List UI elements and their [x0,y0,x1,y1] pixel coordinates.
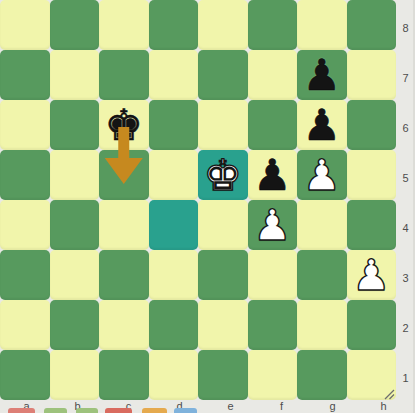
file-label-g: g [323,400,343,413]
square-f2[interactable] [248,300,298,350]
square-f6[interactable] [248,100,298,150]
square-a4[interactable] [0,200,50,250]
square-h2[interactable] [347,300,397,350]
square-b7[interactable] [50,50,100,100]
rank-label-8: 8 [396,22,415,34]
square-c4[interactable] [99,200,149,250]
piece-white-pawn[interactable]: ♟ [297,150,347,200]
square-a6[interactable] [0,100,50,150]
color-chip-2[interactable] [44,408,67,413]
square-d2[interactable] [149,300,199,350]
square-e1[interactable] [198,350,248,400]
square-c5[interactable] [99,150,149,200]
rank-label-2: 2 [396,322,415,334]
square-h3[interactable]: ♟ [347,250,397,300]
square-e8[interactable] [198,0,248,50]
piece-white-pawn[interactable]: ♟ [248,200,298,250]
rank-label-3: 3 [396,272,415,284]
square-c6[interactable]: ♚ [99,100,149,150]
square-d8[interactable] [149,0,199,50]
square-e2[interactable] [198,300,248,350]
square-b1[interactable] [50,350,100,400]
square-a5[interactable] [0,150,50,200]
square-h8[interactable] [347,0,397,50]
square-g5[interactable]: ♟ [297,150,347,200]
piece-black-king[interactable]: ♚ [99,100,149,150]
resize-grip-icon [384,389,395,400]
square-b5[interactable] [50,150,100,200]
rank-label-6: 6 [396,122,415,134]
rank-label-7: 7 [396,72,415,84]
square-c7[interactable] [99,50,149,100]
square-h5[interactable] [347,150,397,200]
square-a1[interactable] [0,350,50,400]
square-f4[interactable]: ♟ [248,200,298,250]
board-resize-handle[interactable] [384,386,395,397]
square-b6[interactable] [50,100,100,150]
square-b3[interactable] [50,250,100,300]
square-g2[interactable] [297,300,347,350]
color-chip-5[interactable] [142,408,167,413]
square-d3[interactable] [149,250,199,300]
square-e4[interactable] [198,200,248,250]
rank-coordinates: 87654321 [396,0,415,400]
square-b2[interactable] [50,300,100,350]
square-f3[interactable] [248,250,298,300]
rank-label-1: 1 [396,372,415,384]
color-chip-3[interactable] [76,408,98,413]
square-h7[interactable] [347,50,397,100]
color-chip-1[interactable] [8,408,35,413]
square-e3[interactable] [198,250,248,300]
square-a3[interactable] [0,250,50,300]
file-label-f: f [272,400,292,413]
square-d4[interactable] [149,200,199,250]
square-a2[interactable] [0,300,50,350]
square-d5[interactable] [149,150,199,200]
file-label-e: e [221,400,241,413]
square-g1[interactable] [297,350,347,400]
square-c1[interactable] [99,350,149,400]
square-f8[interactable] [248,0,298,50]
square-g7[interactable]: ♟ [297,50,347,100]
piece-black-pawn[interactable]: ♟ [297,50,347,100]
square-c3[interactable] [99,250,149,300]
square-g8[interactable] [297,0,347,50]
color-chip-4[interactable] [105,408,132,413]
square-f1[interactable] [248,350,298,400]
color-chip-6[interactable] [174,408,197,413]
chess-app-window: ♟♚♟♚♟♟♟♟ 87654321 abcdefgh [0,0,415,413]
square-f7[interactable] [248,50,298,100]
piece-black-pawn[interactable]: ♟ [248,150,298,200]
square-h6[interactable] [347,100,397,150]
square-e5[interactable]: ♚ [198,150,248,200]
square-g3[interactable] [297,250,347,300]
file-label-h: h [374,400,394,413]
square-e6[interactable] [198,100,248,150]
square-a7[interactable] [0,50,50,100]
square-c8[interactable] [99,0,149,50]
square-d7[interactable] [149,50,199,100]
square-f5[interactable]: ♟ [248,150,298,200]
chess-board[interactable]: ♟♚♟♚♟♟♟♟ [0,0,396,400]
square-b8[interactable] [50,0,100,50]
square-b4[interactable] [50,200,100,250]
square-e7[interactable] [198,50,248,100]
square-g6[interactable]: ♟ [297,100,347,150]
square-h4[interactable] [347,200,397,250]
square-d1[interactable] [149,350,199,400]
rank-label-5: 5 [396,172,415,184]
square-a8[interactable] [0,0,50,50]
rank-label-4: 4 [396,222,415,234]
piece-white-pawn[interactable]: ♟ [347,250,397,300]
piece-black-pawn[interactable]: ♟ [297,100,347,150]
piece-white-king[interactable]: ♚ [198,150,248,200]
square-c2[interactable] [99,300,149,350]
square-d6[interactable] [149,100,199,150]
square-g4[interactable] [297,200,347,250]
